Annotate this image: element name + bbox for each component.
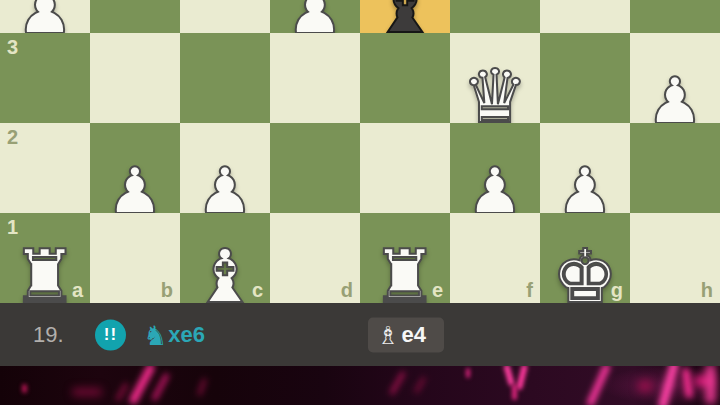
square-h1[interactable]: h bbox=[630, 213, 720, 303]
file-label-f: f bbox=[526, 280, 533, 300]
light-streak bbox=[414, 376, 426, 394]
square-f4[interactable] bbox=[450, 0, 540, 33]
piece-white-rook-a1[interactable]: ♜ bbox=[12, 239, 78, 303]
square-f2[interactable]: ♟ bbox=[450, 123, 540, 213]
video-strip bbox=[0, 366, 720, 405]
bishop-icon: ♗ bbox=[377, 322, 399, 347]
file-label-h: h bbox=[701, 280, 713, 300]
light-streak bbox=[197, 378, 207, 396]
square-b2[interactable]: ♟ bbox=[90, 123, 180, 213]
square-d2[interactable] bbox=[270, 123, 360, 213]
app-root: ♟♟♝3♛♟2♟♟♟♟1a♜bc♝de♜fg♚h 19. !! ♞ xe6 ♗ … bbox=[0, 0, 720, 405]
square-h2[interactable] bbox=[630, 123, 720, 213]
square-e4[interactable]: ♝ bbox=[360, 0, 450, 33]
square-h4[interactable] bbox=[630, 0, 720, 33]
square-f3[interactable]: ♛ bbox=[450, 33, 540, 123]
move-number: 19. bbox=[33, 322, 64, 348]
square-c1[interactable]: c♝ bbox=[180, 213, 270, 303]
rank-label-3: 3 bbox=[7, 37, 18, 57]
move-white-nxe6[interactable]: ♞ xe6 bbox=[143, 321, 205, 348]
square-d3[interactable] bbox=[270, 33, 360, 123]
square-c4[interactable] bbox=[180, 0, 270, 33]
light-streak bbox=[72, 388, 102, 396]
square-g1[interactable]: g♚ bbox=[540, 213, 630, 303]
brilliant-move-badge: !! bbox=[95, 319, 126, 350]
move-bar: 19. !! ♞ xe6 ♗ e4 bbox=[0, 303, 720, 366]
piece-white-bishop-c1[interactable]: ♝ bbox=[192, 239, 258, 303]
square-c3[interactable] bbox=[180, 33, 270, 123]
file-label-b: b bbox=[161, 280, 173, 300]
square-e3[interactable] bbox=[360, 33, 450, 123]
square-a4[interactable]: ♟ bbox=[0, 0, 90, 33]
light-streak bbox=[516, 366, 528, 390]
knight-icon: ♞ bbox=[143, 321, 167, 348]
square-d4[interactable]: ♟ bbox=[270, 0, 360, 33]
square-a1[interactable]: 1a♜ bbox=[0, 213, 90, 303]
square-g2[interactable]: ♟ bbox=[540, 123, 630, 213]
square-g4[interactable] bbox=[540, 0, 630, 33]
square-e1[interactable]: e♜ bbox=[360, 213, 450, 303]
square-h3[interactable]: ♟ bbox=[630, 33, 720, 123]
square-b4[interactable] bbox=[90, 0, 180, 33]
file-label-d: d bbox=[341, 280, 353, 300]
piece-white-rook-e1[interactable]: ♜ bbox=[372, 239, 438, 303]
square-e2[interactable] bbox=[360, 123, 450, 213]
light-streak bbox=[638, 380, 652, 392]
piece-white-queen-f3[interactable]: ♛ bbox=[462, 59, 528, 133]
chess-board: ♟♟♝3♛♟2♟♟♟♟1a♜bc♝de♜fg♚h bbox=[0, 0, 720, 303]
light-streak bbox=[389, 370, 406, 395]
light-streak bbox=[512, 384, 517, 400]
square-a2[interactable]: 2 bbox=[0, 123, 90, 213]
light-streak bbox=[466, 368, 470, 378]
square-d1[interactable]: d bbox=[270, 213, 360, 303]
square-f1[interactable]: f bbox=[450, 213, 540, 303]
rank-label-2: 2 bbox=[7, 127, 18, 147]
brilliant-badge-label: !! bbox=[104, 325, 117, 345]
square-b1[interactable]: b bbox=[90, 213, 180, 303]
light-streak bbox=[22, 384, 27, 393]
move-white-text: xe6 bbox=[168, 322, 205, 348]
light-streak bbox=[706, 366, 715, 404]
square-g3[interactable] bbox=[540, 33, 630, 123]
move-black-be4-selected[interactable]: ♗ e4 bbox=[368, 317, 444, 352]
light-streak bbox=[151, 373, 169, 402]
square-c2[interactable]: ♟ bbox=[180, 123, 270, 213]
piece-white-king-g1[interactable]: ♚ bbox=[552, 239, 618, 303]
light-streak bbox=[115, 382, 128, 401]
square-a3[interactable]: 3 bbox=[0, 33, 90, 123]
move-black-text: e4 bbox=[401, 322, 425, 348]
square-b3[interactable] bbox=[90, 33, 180, 123]
